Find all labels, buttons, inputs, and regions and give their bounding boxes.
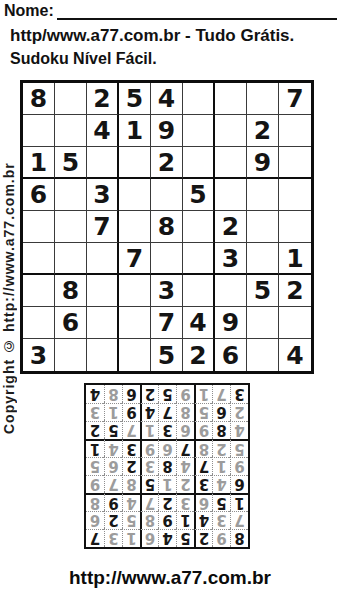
puzzle-cell-r2c3: 4 [87,115,119,147]
puzzle-cell-r9c3 [87,339,119,371]
puzzle-cell-r4c4 [119,179,151,211]
puzzle-cell-r5c3: 7 [87,211,119,243]
solution-cell-r6c6: 9 [140,439,158,457]
solution-cell-r5c4: 4 [176,457,194,475]
site-tagline: http/www.a77.com.br - Tudo Grátis. [10,26,294,46]
puzzle-cell-r5c2 [55,211,87,243]
puzzle-cell-r9c2 [55,339,87,371]
puzzle-cell-r7c5: 3 [151,275,183,307]
puzzle-cell-r1c2 [55,83,87,115]
solution-cell-r8c7: 9 [122,403,140,421]
puzzle-cell-r2c4: 1 [119,115,151,147]
solution-cell-r2c3: 4 [194,511,212,529]
puzzle-cell-r6c8 [247,243,279,275]
puzzle-cell-r7c9: 2 [279,275,311,307]
solution-cell-r4c7: 8 [122,475,140,493]
puzzle-cell-r4c1: 6 [23,179,55,211]
puzzle-cell-r7c4 [119,275,151,307]
solution-cell-r1c1: 8 [230,529,248,547]
solution-cell-r8c2: 6 [212,403,230,421]
puzzle-cell-r2c9 [279,115,311,147]
solution-cell-r9c3: 1 [194,385,212,403]
puzzle-cell-r4c3: 3 [87,179,119,211]
solution-cell-r4c1: 6 [230,475,248,493]
solution-cell-r7c6: 1 [140,421,158,439]
solution-cell-r5c7: 2 [122,457,140,475]
solution-cell-r6c1: 5 [230,439,248,457]
solution-cell-r2c4: 1 [176,511,194,529]
solution-cell-r5c1: 9 [230,457,248,475]
puzzle-cell-r4c9 [279,179,311,211]
solution-cell-r8c6: 4 [140,403,158,421]
name-row: Nome: [4,2,337,20]
puzzle-cell-r4c2 [55,179,87,211]
puzzle-cell-r9c9: 4 [279,339,311,371]
solution-cell-r3c8: 9 [104,493,122,511]
solution-cell-r7c2: 8 [212,421,230,439]
puzzle-cell-r2c1 [23,115,55,147]
solution-cell-r4c4: 2 [176,475,194,493]
puzzle-cell-r1c7 [215,83,247,115]
puzzle-cell-r7c2: 8 [55,275,87,307]
solution-cell-r9c1: 3 [230,385,248,403]
solution-cell-r7c8: 5 [104,421,122,439]
solution-cell-r1c2: 9 [212,529,230,547]
puzzle-cell-r8c8 [247,307,279,339]
solution-cell-r6c8: 4 [104,439,122,457]
solution-cell-r9c9: 4 [86,385,104,403]
solution-cell-r2c9: 6 [86,511,104,529]
solution-cell-r9c2: 7 [212,385,230,403]
puzzle-cell-r5c4 [119,211,151,243]
solution-cell-r5c2: 1 [212,457,230,475]
solution-cell-r9c8: 8 [104,385,122,403]
puzzle-cell-r3c9 [279,147,311,179]
puzzle-cell-r6c5 [151,243,183,275]
solution-cell-r6c4: 7 [176,439,194,457]
puzzle-cell-r2c6 [183,115,215,147]
solution-cell-r3c3: 6 [194,493,212,511]
solution-cell-r9c5: 5 [158,385,176,403]
solution-cell-r3c6: 7 [140,493,158,511]
solution-cell-r5c9: 5 [86,457,104,475]
puzzle-cell-r2c5: 9 [151,115,183,147]
solution-cell-r4c8: 7 [104,475,122,493]
solution-cell-r9c4: 9 [176,385,194,403]
solution-cell-r2c1: 7 [230,511,248,529]
sudoku-puzzle-grid: 82547419215296357827318352674935264 [20,80,314,374]
solution-cell-r5c8: 6 [104,457,122,475]
solution-cell-r4c9: 9 [86,475,104,493]
puzzle-cell-r1c8 [247,83,279,115]
puzzle-cell-r2c7 [215,115,247,147]
solution-cell-r7c7: 7 [122,421,140,439]
puzzle-cell-r2c2 [55,115,87,147]
solution-cell-r3c5: 2 [158,493,176,511]
solution-cell-r9c6: 2 [140,385,158,403]
page-title: Sudoku Nível Fácil. [10,50,157,68]
solution-cell-r9c7: 6 [122,385,140,403]
puzzle-cell-r5c1 [23,211,55,243]
puzzle-cell-r7c1 [23,275,55,307]
solution-cell-r2c5: 9 [158,511,176,529]
solution-cell-r8c4: 8 [176,403,194,421]
puzzle-cell-r9c7: 6 [215,339,247,371]
puzzle-cell-r3c5: 2 [151,147,183,179]
solution-cell-r1c4: 5 [176,529,194,547]
puzzle-cell-r3c1: 1 [23,147,55,179]
solution-cell-r5c3: 7 [194,457,212,475]
solution-cell-r4c3: 3 [194,475,212,493]
puzzle-cell-r8c1 [23,307,55,339]
solution-cell-r6c3: 8 [194,439,212,457]
solution-cell-r7c1: 4 [230,421,248,439]
puzzle-cell-r8c2: 6 [55,307,87,339]
puzzle-cell-r3c3 [87,147,119,179]
puzzle-cell-r3c8: 9 [247,147,279,179]
puzzle-cell-r4c8 [247,179,279,211]
puzzle-cell-r4c6: 5 [183,179,215,211]
solution-cell-r8c8: 1 [104,403,122,421]
solution-cell-r1c5: 4 [158,529,176,547]
puzzle-cell-r3c2: 5 [55,147,87,179]
puzzle-cell-r6c7: 3 [215,243,247,275]
puzzle-cell-r5c6 [183,211,215,243]
solution-cell-r8c5: 7 [158,403,176,421]
solution-cell-r5c5: 8 [158,457,176,475]
solution-cell-r2c6: 8 [140,511,158,529]
puzzle-cell-r5c7: 2 [215,211,247,243]
puzzle-cell-r1c4: 5 [119,83,151,115]
solution-cell-r2c2: 3 [212,511,230,529]
solution-cell-r4c5: 1 [158,475,176,493]
puzzle-cell-r7c6 [183,275,215,307]
solution-cell-r4c6: 5 [140,475,158,493]
copyright-vertical-text: Copyright © http://www.a77.com.br [1,84,17,434]
puzzle-cell-r1c1: 8 [23,83,55,115]
solution-cell-r8c3: 5 [194,403,212,421]
puzzle-cell-r4c7 [215,179,247,211]
puzzle-cell-r6c6 [183,243,215,275]
puzzle-cell-r5c5: 8 [151,211,183,243]
puzzle-cell-r8c6: 4 [183,307,215,339]
solution-cell-r1c6: 6 [140,529,158,547]
puzzle-cell-r6c4: 7 [119,243,151,275]
puzzle-cell-r9c1: 3 [23,339,55,371]
puzzle-cell-r1c6 [183,83,215,115]
solution-cell-r6c7: 3 [122,439,140,457]
puzzle-cell-r1c3: 2 [87,83,119,115]
solution-cell-r7c3: 9 [194,421,212,439]
puzzle-cell-r6c3 [87,243,119,275]
solution-cell-r7c9: 2 [86,421,104,439]
solution-cell-r7c5: 3 [158,421,176,439]
puzzle-cell-r9c8 [247,339,279,371]
solution-cell-r7c4: 6 [176,421,194,439]
puzzle-cell-r9c4 [119,339,151,371]
puzzle-cell-r7c3 [87,275,119,307]
puzzle-cell-r1c5: 4 [151,83,183,115]
solution-cell-r1c3: 2 [194,529,212,547]
solution-cell-r1c9: 7 [86,529,104,547]
puzzle-cell-r6c9: 1 [279,243,311,275]
puzzle-cell-r3c6 [183,147,215,179]
puzzle-cell-r1c9: 7 [279,83,311,115]
puzzle-cell-r7c8: 5 [247,275,279,307]
name-fill-in-line [57,2,337,20]
solution-cell-r8c9: 3 [86,403,104,421]
puzzle-cell-r9c6: 2 [183,339,215,371]
puzzle-cell-r8c7: 9 [215,307,247,339]
solution-cell-r8c1: 2 [230,403,248,421]
puzzle-cell-r8c9 [279,307,311,339]
puzzle-cell-r8c5: 7 [151,307,183,339]
solution-cell-r4c2: 4 [212,475,230,493]
solution-cell-r2c8: 2 [104,511,122,529]
puzzle-cell-r6c1 [23,243,55,275]
solution-cell-r1c8: 3 [104,529,122,547]
puzzle-cell-r8c4 [119,307,151,339]
solution-cell-r3c7: 4 [122,493,140,511]
solution-cell-r5c6: 3 [140,457,158,475]
solution-cell-r3c9: 8 [86,493,104,511]
solution-cell-r6c9: 1 [86,439,104,457]
solution-cell-r3c2: 5 [212,493,230,511]
puzzle-cell-r7c7 [215,275,247,307]
puzzle-cell-r3c7 [215,147,247,179]
name-label: Nome: [4,2,54,20]
solution-cell-r2c7: 5 [122,511,140,529]
solution-cell-r1c7: 1 [122,529,140,547]
puzzle-cell-r4c5 [151,179,183,211]
footer-url: http://www.a77.com.br [0,567,340,589]
puzzle-cell-r8c3 [87,307,119,339]
solution-cell-r6c2: 2 [212,439,230,457]
puzzle-cell-r5c9 [279,211,311,243]
solution-cell-r6c5: 6 [158,439,176,457]
puzzle-cell-r3c4 [119,147,151,179]
puzzle-cell-r6c2 [55,243,87,275]
puzzle-cell-r5c8 [247,211,279,243]
solution-cell-r3c4: 3 [176,493,194,511]
puzzle-cell-r9c5: 5 [151,339,183,371]
puzzle-cell-r2c8: 2 [247,115,279,147]
solution-cell-r3c1: 1 [230,493,248,511]
sudoku-solution-grid-upside-down: 8925461377341985261563274986432158799174… [84,383,250,549]
